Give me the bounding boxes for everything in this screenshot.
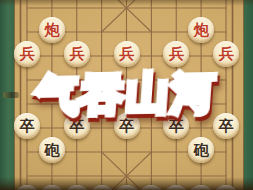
piece-black-back-rank-piece[interactable] <box>89 185 115 190</box>
piece-black-soldier[interactable]: 卒 <box>114 113 140 139</box>
piece-character: 卒 <box>69 119 84 134</box>
video-frame: 炮炮兵兵兵兵兵卒卒卒卒卒砲砲 气吞山河 气吞山河 <box>0 0 253 190</box>
piece-black-back-rank-piece[interactable] <box>188 185 214 190</box>
piece-black-soldier[interactable]: 卒 <box>163 113 189 139</box>
piece-black-back-rank-piece[interactable] <box>14 185 40 190</box>
piece-red-soldier[interactable]: 兵 <box>14 41 40 67</box>
piece-character: 兵 <box>69 47 84 62</box>
piece-black-soldier[interactable]: 卒 <box>14 113 40 139</box>
piece-black-back-rank-piece[interactable] <box>163 185 189 190</box>
piece-character: 卒 <box>169 119 184 134</box>
piece-black-soldier[interactable]: 卒 <box>64 113 90 139</box>
piece-black-cannon[interactable]: 砲 <box>39 137 65 163</box>
piece-black-back-rank-piece[interactable] <box>114 185 140 190</box>
piece-red-soldier[interactable]: 兵 <box>163 41 189 67</box>
piece-character: 兵 <box>219 47 234 62</box>
piece-character: 炮 <box>194 23 209 38</box>
piece-black-back-rank-piece[interactable] <box>138 185 164 190</box>
piece-character: 兵 <box>20 47 35 62</box>
piece-red-cannon[interactable]: 炮 <box>188 17 214 43</box>
piece-black-back-rank-piece[interactable] <box>213 185 239 190</box>
piece-black-back-rank-piece[interactable] <box>39 185 65 190</box>
piece-character: 砲 <box>44 143 59 158</box>
piece-red-soldier[interactable]: 兵 <box>64 41 90 67</box>
piece-red-soldier[interactable]: 兵 <box>114 41 140 67</box>
piece-character: 卒 <box>20 119 35 134</box>
piece-character: 兵 <box>169 47 184 62</box>
watermark-smudge <box>3 92 19 98</box>
piece-black-cannon[interactable]: 砲 <box>188 137 214 163</box>
piece-black-back-rank-piece[interactable] <box>64 185 90 190</box>
piece-character: 炮 <box>44 23 59 38</box>
piece-character: 卒 <box>219 119 234 134</box>
piece-red-cannon[interactable]: 炮 <box>39 17 65 43</box>
piece-character: 卒 <box>119 119 134 134</box>
piece-red-soldier[interactable]: 兵 <box>213 41 239 67</box>
pieces-layer: 炮炮兵兵兵兵兵卒卒卒卒卒砲砲 <box>0 0 253 190</box>
piece-black-soldier[interactable]: 卒 <box>213 113 239 139</box>
piece-character: 兵 <box>119 47 134 62</box>
piece-character: 砲 <box>194 143 209 158</box>
